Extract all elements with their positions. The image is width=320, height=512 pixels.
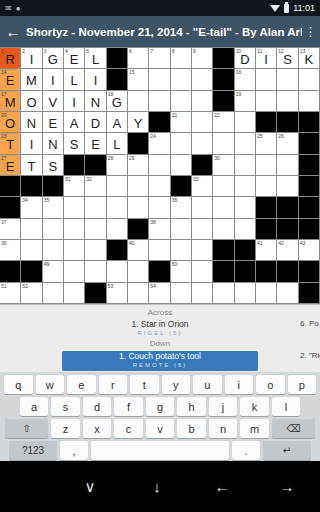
grid-cell[interactable]	[128, 197, 149, 218]
black-square	[43, 176, 64, 197]
grid-cell[interactable]	[171, 69, 192, 90]
black-square	[299, 197, 320, 218]
black-square	[149, 112, 170, 133]
key-p[interactable]: p	[288, 375, 317, 394]
grid-cell[interactable]	[299, 91, 320, 112]
clue-number: 7	[150, 48, 153, 54]
keyboard: qwertyuiopasdfghjkl⇧zxcvbnm⌫?123,.↵	[0, 372, 320, 461]
grid-cell[interactable]	[213, 283, 234, 304]
grid-cell[interactable]	[128, 176, 149, 197]
key-b[interactable]: b	[177, 419, 206, 438]
grid-cell[interactable]: A	[107, 112, 128, 133]
grid-cell[interactable]: 4E	[64, 48, 85, 69]
pin-notification-icon: ●	[16, 4, 21, 13]
grid-cell[interactable]	[85, 197, 106, 218]
grid-cell[interactable]: 2I	[21, 48, 42, 69]
clue-number: 28	[108, 155, 114, 161]
grid-cell[interactable]: O	[21, 91, 42, 112]
grid-cell[interactable]	[171, 91, 192, 112]
down-header: Down	[0, 339, 320, 348]
clue-number: 41	[257, 240, 263, 246]
next-down-clue-fragment[interactable]: 2. "Rig	[300, 351, 320, 360]
grid-cell[interactable]: L	[64, 69, 85, 90]
grid-cell[interactable]: 36	[171, 197, 192, 218]
battery-icon	[284, 4, 289, 13]
grid-cell[interactable]: 38	[149, 219, 170, 240]
grid-cell[interactable]: 51	[0, 283, 21, 304]
black-square	[299, 261, 320, 282]
wifi-icon	[270, 5, 280, 12]
grid-cell[interactable]	[277, 91, 298, 112]
black-square	[299, 112, 320, 133]
key-f[interactable]: f	[114, 397, 143, 416]
grid-cell[interactable]	[21, 240, 42, 261]
black-square	[213, 240, 234, 261]
grid-cell[interactable]: 35	[43, 197, 64, 218]
grid-cell[interactable]	[213, 197, 234, 218]
clue-number: 31	[65, 176, 71, 182]
key-s[interactable]: s	[51, 397, 80, 416]
grid-cell[interactable]	[235, 283, 256, 304]
clue-number: 43	[300, 240, 306, 246]
key-a[interactable]: a	[20, 397, 49, 416]
black-square	[299, 176, 320, 197]
entered-letter: A	[107, 112, 127, 132]
entered-letter: D	[235, 48, 255, 68]
grid-cell[interactable]: 25	[256, 133, 277, 154]
key-k[interactable]: k	[240, 397, 269, 416]
entered-letter: E	[0, 155, 20, 175]
entered-letter: I	[21, 48, 41, 68]
grid-cell[interactable]	[107, 219, 128, 240]
grid-cell[interactable]: E	[85, 133, 106, 154]
grid-cell[interactable]: 32	[85, 176, 106, 197]
black-square	[149, 261, 170, 282]
black-square	[277, 219, 298, 240]
clue-number: 29	[129, 155, 135, 161]
grid-cell[interactable]	[277, 155, 298, 176]
key-c[interactable]: c	[114, 419, 143, 438]
clue-panel: Across 1. Star in Orion 6. Po RIGEL (5) …	[0, 304, 320, 372]
grid-cell[interactable]: 49	[43, 261, 64, 282]
black-square	[0, 261, 21, 282]
grid-cell[interactable]	[64, 197, 85, 218]
grid-cell[interactable]	[171, 133, 192, 154]
overflow-menu-button[interactable]: ⋮	[302, 24, 320, 39]
grid-cell[interactable]	[171, 219, 192, 240]
across-header: Across	[0, 308, 320, 317]
black-square	[128, 219, 149, 240]
grid-cell[interactable]	[171, 155, 192, 176]
grid-cell[interactable]	[149, 240, 170, 261]
grid-cell[interactable]: 42	[277, 240, 298, 261]
arrow-right-icon[interactable]: →	[280, 478, 295, 495]
key-l[interactable]: l	[272, 397, 301, 416]
grid-cell[interactable]: 21	[171, 112, 192, 133]
black-square	[0, 176, 21, 197]
black-square	[64, 155, 85, 176]
grid-cell[interactable]: A	[64, 112, 85, 133]
symbols-key[interactable]: ?123	[9, 441, 57, 460]
grid-cell[interactable]: 22	[213, 112, 234, 133]
grid-cell[interactable]: 24	[149, 133, 170, 154]
grid-cell[interactable]	[192, 69, 213, 90]
space-key[interactable]	[91, 441, 229, 460]
entered-letter: S	[43, 155, 63, 175]
black-square	[107, 240, 128, 261]
down-answer: REMOTE (6)	[62, 362, 258, 368]
clue-number: 21	[172, 112, 178, 118]
grid-cell[interactable]	[235, 176, 256, 197]
grid-cell[interactable]	[192, 240, 213, 261]
status-bar: ✉ ● 11:01	[0, 0, 320, 16]
clue-number: 49	[44, 261, 50, 267]
clue-number: 38	[150, 219, 156, 225]
grid-cell[interactable]	[128, 91, 149, 112]
key-e[interactable]: e	[67, 375, 96, 394]
grid-cell[interactable]: I	[85, 69, 106, 90]
entered-letter: G	[107, 91, 127, 111]
grid-cell[interactable]: 31	[64, 176, 85, 197]
grid-cell[interactable]	[85, 240, 106, 261]
grid-cell[interactable]: V	[43, 91, 64, 112]
grid-cell[interactable]: 40	[128, 240, 149, 261]
grid-cell[interactable]: D	[85, 112, 106, 133]
grid-cell[interactable]: 10D	[235, 48, 256, 69]
grid-cell[interactable]	[213, 133, 234, 154]
backspace-key[interactable]: ⌫	[272, 419, 315, 438]
entered-letter: N	[43, 133, 63, 153]
clock: 11:01	[293, 3, 315, 13]
grid-cell[interactable]: 23T	[0, 133, 21, 154]
next-across-clue-fragment[interactable]: 6. Po	[300, 319, 319, 328]
black-square	[277, 197, 298, 218]
grid-cell[interactable]	[107, 197, 128, 218]
grid-cell[interactable]	[256, 91, 277, 112]
clue-number: 30	[214, 155, 220, 161]
app-bar: ← Shortyz - November 21, 2014 - "E-tail"…	[0, 16, 320, 47]
grid-cell[interactable]: 20O	[0, 112, 21, 133]
grid-cell[interactable]	[192, 261, 213, 282]
grid-cell[interactable]: 16	[235, 69, 256, 90]
entered-letter: L	[107, 133, 127, 153]
key-j[interactable]: j	[209, 397, 238, 416]
grid-cell[interactable]: E	[43, 112, 64, 133]
clue-number: 25	[257, 133, 263, 139]
grid-cell[interactable]	[43, 219, 64, 240]
grid-cell[interactable]	[192, 197, 213, 218]
entered-letter: S	[64, 133, 84, 153]
key-i[interactable]: i	[225, 375, 254, 394]
key-z[interactable]: z	[51, 419, 80, 438]
clue-number: 42	[278, 240, 284, 246]
clue-number: 34	[22, 197, 28, 203]
grid-cell[interactable]: 50	[171, 261, 192, 282]
black-square	[192, 155, 213, 176]
grid-cell[interactable]: L	[107, 133, 128, 154]
key-u[interactable]: u	[193, 375, 222, 394]
grid-cell[interactable]	[277, 176, 298, 197]
grid-cell[interactable]	[64, 219, 85, 240]
entered-letter: S	[277, 48, 297, 68]
grid-cell[interactable]	[149, 197, 170, 218]
clue-number: 50	[172, 261, 178, 267]
grid-cell[interactable]: 33	[192, 176, 213, 197]
black-square	[171, 176, 192, 197]
clue-number: 15	[129, 69, 135, 75]
grid-cell[interactable]: 27E	[0, 155, 21, 176]
key-x[interactable]: x	[83, 419, 112, 438]
black-square	[256, 261, 277, 282]
entered-letter: A	[64, 112, 84, 132]
entered-letter: M	[21, 69, 41, 89]
grid-cell[interactable]: N	[43, 133, 64, 154]
grid-cell[interactable]	[43, 283, 64, 304]
grid-cell[interactable]	[235, 112, 256, 133]
grid-cell[interactable]	[235, 155, 256, 176]
grid-cell[interactable]: 18G	[107, 91, 128, 112]
key-r[interactable]: r	[99, 375, 128, 394]
grid-cell[interactable]: 19	[235, 91, 256, 112]
clue-number: 32	[86, 176, 92, 182]
black-square	[0, 197, 21, 218]
grid-cell[interactable]: S	[43, 155, 64, 176]
grid-cell[interactable]: M	[21, 69, 42, 90]
black-square	[235, 261, 256, 282]
entered-letter: R	[0, 48, 20, 68]
entered-letter: O	[21, 91, 41, 111]
grid-cell[interactable]: Y	[128, 112, 149, 133]
grid-cell[interactable]: 43	[299, 240, 320, 261]
black-square	[299, 283, 320, 304]
entered-letter: O	[0, 112, 20, 132]
enter-key[interactable]: ↵	[263, 441, 311, 460]
clue-number: 33	[193, 176, 199, 182]
page-title: Shortyz - November 21, 2014 - "E-tail" -…	[26, 26, 302, 38]
clue-number: 52	[22, 283, 28, 289]
entered-letter: G	[43, 48, 63, 68]
clue-number: 37	[1, 219, 7, 225]
grid-cell[interactable]: N	[21, 112, 42, 133]
entered-letter: E	[64, 48, 84, 68]
entered-letter: L	[85, 48, 105, 68]
grid-cell[interactable]	[235, 219, 256, 240]
clue-number: 36	[172, 197, 178, 203]
grid-cell[interactable]: 29	[128, 155, 149, 176]
clue-number: 39	[1, 240, 7, 246]
black-square	[256, 197, 277, 218]
clue-number: 9	[193, 48, 196, 54]
grid-cell[interactable]: N	[85, 91, 106, 112]
grid-cell[interactable]	[64, 240, 85, 261]
grid-cell[interactable]: 28	[107, 155, 128, 176]
grid-cell[interactable]: T	[21, 155, 42, 176]
grid-cell[interactable]: 7	[149, 48, 170, 69]
black-square	[235, 240, 256, 261]
grid-cell[interactable]: I	[64, 91, 85, 112]
entered-letter: L	[64, 69, 84, 89]
crossword-grid[interactable]: 1R2I3G4E5L678910D11I12S13K14EMILI151617M…	[0, 47, 320, 304]
grid-cell[interactable]: 54	[149, 283, 170, 304]
grid-cell[interactable]: I	[43, 69, 64, 90]
entered-letter: V	[43, 91, 63, 111]
grid-cell[interactable]: 52	[21, 283, 42, 304]
grid-cell[interactable]: 11I	[256, 48, 277, 69]
grid-cell[interactable]	[128, 261, 149, 282]
down-clue: 1. Couch potato's tool	[62, 351, 258, 361]
grid-cell[interactable]	[277, 69, 298, 90]
key-v[interactable]: v	[146, 419, 175, 438]
grid-cell[interactable]: I	[21, 133, 42, 154]
grid-cell[interactable]	[43, 240, 64, 261]
grid-cell[interactable]: 9	[192, 48, 213, 69]
key-m[interactable]: m	[240, 419, 269, 438]
grid-cell[interactable]	[171, 283, 192, 304]
grid-cell[interactable]	[256, 283, 277, 304]
navigation-bar: ∨↓←→	[0, 461, 320, 512]
black-square	[85, 155, 106, 176]
entered-letter: M	[0, 91, 20, 111]
grid-cell[interactable]	[192, 133, 213, 154]
grid-cell[interactable]	[213, 176, 234, 197]
grid-cell[interactable]: 3G	[43, 48, 64, 69]
black-square	[299, 155, 320, 176]
grid-cell[interactable]	[107, 176, 128, 197]
grid-cell[interactable]: S	[64, 133, 85, 154]
black-square	[299, 133, 320, 154]
entered-letter: N	[85, 91, 105, 111]
grid-cell[interactable]	[277, 283, 298, 304]
entered-letter: T	[21, 155, 41, 175]
grid-cell[interactable]	[64, 261, 85, 282]
grid-cell[interactable]	[235, 133, 256, 154]
grid-cell[interactable]	[21, 219, 42, 240]
grid-cell[interactable]: 8	[171, 48, 192, 69]
key-n[interactable]: n	[209, 419, 238, 438]
key-q[interactable]: q	[4, 375, 33, 394]
black-square	[256, 112, 277, 133]
entered-letter: N	[21, 112, 41, 132]
key-t[interactable]: t	[130, 375, 159, 394]
grid-cell[interactable]	[128, 283, 149, 304]
grid-cell[interactable]	[192, 283, 213, 304]
entered-letter: Y	[128, 112, 148, 132]
key-y[interactable]: y	[162, 375, 191, 394]
grid-cell[interactable]: 1R	[0, 48, 21, 69]
grid-cell[interactable]: 15	[128, 69, 149, 90]
entered-letter: I	[256, 48, 276, 68]
black-square	[107, 69, 128, 90]
black-square	[277, 112, 298, 133]
grid-cell[interactable]	[149, 69, 170, 90]
entered-letter: E	[85, 133, 105, 153]
key-w[interactable]: w	[36, 375, 65, 394]
grid-cell[interactable]	[235, 197, 256, 218]
comma-key[interactable]: ,	[60, 441, 88, 460]
arrow-down-icon[interactable]: ↓	[153, 478, 161, 495]
grid-cell[interactable]	[256, 69, 277, 90]
grid-cell[interactable]: 14E	[0, 69, 21, 90]
clue-number: 22	[214, 112, 220, 118]
clue-number: 53	[108, 283, 114, 289]
arrow-left-icon[interactable]: ←	[215, 478, 230, 495]
grid-cell[interactable]: 41	[256, 240, 277, 261]
grid-cell[interactable]	[149, 91, 170, 112]
grid-cell[interactable]	[85, 219, 106, 240]
black-square	[213, 69, 234, 90]
entered-letter: E	[43, 112, 63, 132]
grid-cell[interactable]	[107, 261, 128, 282]
key-g[interactable]: g	[146, 397, 175, 416]
grid-cell[interactable]	[171, 240, 192, 261]
grid-cell[interactable]: 6	[128, 48, 149, 69]
black-square	[213, 261, 234, 282]
entered-letter: D	[85, 112, 105, 132]
shift-key[interactable]: ⇧	[5, 419, 48, 438]
clue-number: 40	[129, 240, 135, 246]
selected-down-clue[interactable]: 1. Couch potato's tool REMOTE (6)	[62, 351, 258, 371]
email-notification-icon: ✉	[5, 4, 12, 13]
grid-cell[interactable]	[299, 69, 320, 90]
entered-letter: I	[64, 91, 84, 111]
black-square	[256, 219, 277, 240]
grid-cell[interactable]: 30	[213, 155, 234, 176]
clue-number: 35	[44, 197, 50, 203]
black-square	[107, 48, 128, 69]
period-key[interactable]: .	[232, 441, 260, 460]
grid-cell[interactable]: 5L	[85, 48, 106, 69]
grid-cell[interactable]: 53	[107, 283, 128, 304]
grid-cell[interactable]	[64, 283, 85, 304]
grid-cell[interactable]	[85, 261, 106, 282]
grid-cell[interactable]: 12S	[277, 48, 298, 69]
entered-letter: T	[0, 133, 20, 153]
grid-cell[interactable]: 13K	[299, 48, 320, 69]
clue-number: 51	[1, 283, 7, 289]
grid-cell[interactable]	[149, 176, 170, 197]
black-square	[213, 91, 234, 112]
grid-cell[interactable]: 37	[0, 219, 21, 240]
key-h[interactable]: h	[177, 397, 206, 416]
grid-cell[interactable]	[192, 91, 213, 112]
key-o[interactable]: o	[256, 375, 285, 394]
grid-cell[interactable]	[149, 155, 170, 176]
notification-icons: ✉ ●	[5, 4, 21, 13]
grid-cell[interactable]	[256, 176, 277, 197]
across-answer: RIGEL (5)	[0, 330, 320, 336]
black-square	[21, 176, 42, 197]
grid-cell[interactable]	[192, 112, 213, 133]
entered-letter: I	[21, 133, 41, 153]
grid-cell[interactable]: 34	[21, 197, 42, 218]
across-clue[interactable]: 1. Star in Orion	[0, 319, 320, 329]
key-d[interactable]: d	[83, 397, 112, 416]
hide-keyboard-icon[interactable]: ∨	[85, 478, 96, 496]
black-square	[21, 261, 42, 282]
grid-cell[interactable]	[213, 219, 234, 240]
grid-cell[interactable]	[256, 155, 277, 176]
clue-number: 8	[172, 48, 175, 54]
clue-number: 26	[278, 133, 284, 139]
back-button[interactable]: ←	[0, 23, 26, 40]
entered-letter: I	[85, 69, 105, 89]
grid-cell[interactable]: 39	[0, 240, 21, 261]
grid-cell[interactable]: 17M	[0, 91, 21, 112]
clue-number: 24	[150, 133, 156, 139]
grid-cell[interactable]: 26	[277, 133, 298, 154]
clue-number: 6	[129, 48, 132, 54]
grid-cell[interactable]	[192, 219, 213, 240]
